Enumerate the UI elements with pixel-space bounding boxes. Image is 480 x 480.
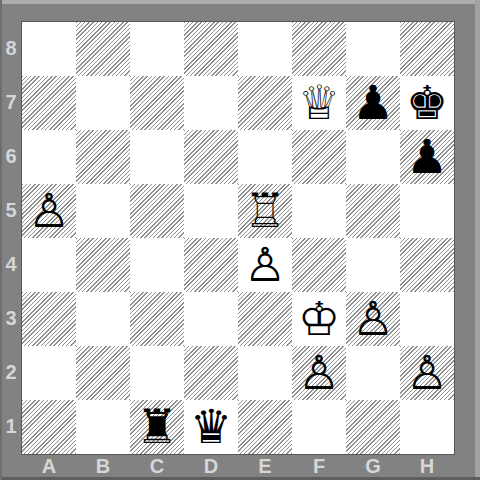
square-a6[interactable] [22,130,76,184]
square-e4[interactable]: ♙ [238,238,292,292]
chess-board: ♕♟♚♟♙♖♙♔♙♙♙♜♛ [21,21,455,455]
square-f5[interactable] [292,184,346,238]
file-label-h: H [400,454,454,478]
square-b7[interactable] [76,76,130,130]
frame-bevel-top [0,0,480,4]
square-e2[interactable] [238,346,292,400]
square-c1[interactable]: ♜ [130,400,184,454]
square-h8[interactable] [400,22,454,76]
white-pawn-piece[interactable]: ♙ [298,349,340,396]
rank-label-6: 6 [1,129,21,183]
square-b8[interactable] [76,22,130,76]
square-f7[interactable]: ♕ [292,76,346,130]
square-a3[interactable] [22,292,76,346]
black-pawn-piece[interactable]: ♟ [406,133,448,180]
square-d7[interactable] [184,76,238,130]
square-g5[interactable] [346,184,400,238]
frame-bevel-right [475,0,480,480]
square-c3[interactable] [130,292,184,346]
rank-label-4: 4 [1,237,21,291]
file-label-d: D [184,454,238,478]
square-g3[interactable]: ♙ [346,292,400,346]
chess-diagram-frame: ♕♟♚♟♙♖♙♔♙♙♙♜♛ 87654321ABCDEFGH [0,0,480,480]
white-rook-piece[interactable]: ♖ [244,187,286,234]
black-king-piece[interactable]: ♚ [406,79,448,126]
square-h7[interactable]: ♚ [400,76,454,130]
file-label-e: E [238,454,292,478]
rank-label-7: 7 [1,75,21,129]
square-d1[interactable]: ♛ [184,400,238,454]
white-pawn-piece[interactable]: ♙ [28,187,70,234]
square-b2[interactable] [76,346,130,400]
square-a4[interactable] [22,238,76,292]
white-king-piece[interactable]: ♔ [298,295,340,342]
square-d4[interactable] [184,238,238,292]
black-queen-piece[interactable]: ♛ [190,403,232,450]
square-e8[interactable] [238,22,292,76]
square-g6[interactable] [346,130,400,184]
square-f4[interactable] [292,238,346,292]
rank-label-2: 2 [1,345,21,399]
square-b4[interactable] [76,238,130,292]
square-h3[interactable] [400,292,454,346]
square-h4[interactable] [400,238,454,292]
square-g7[interactable]: ♟ [346,76,400,130]
rank-label-3: 3 [1,291,21,345]
square-f3[interactable]: ♔ [292,292,346,346]
file-label-f: F [292,454,346,478]
square-a5[interactable]: ♙ [22,184,76,238]
file-label-b: B [76,454,130,478]
square-h1[interactable] [400,400,454,454]
square-c6[interactable] [130,130,184,184]
square-e5[interactable]: ♖ [238,184,292,238]
square-a8[interactable] [22,22,76,76]
square-d5[interactable] [184,184,238,238]
file-label-c: C [130,454,184,478]
square-g4[interactable] [346,238,400,292]
square-g8[interactable] [346,22,400,76]
square-g1[interactable] [346,400,400,454]
square-e7[interactable] [238,76,292,130]
square-c5[interactable] [130,184,184,238]
square-h2[interactable]: ♙ [400,346,454,400]
rank-label-5: 5 [1,183,21,237]
black-rook-piece[interactable]: ♜ [136,403,178,450]
black-pawn-piece[interactable]: ♟ [352,79,394,126]
square-b6[interactable] [76,130,130,184]
square-c8[interactable] [130,22,184,76]
square-a1[interactable] [22,400,76,454]
square-e3[interactable] [238,292,292,346]
white-pawn-piece[interactable]: ♙ [406,349,448,396]
square-e1[interactable] [238,400,292,454]
square-c4[interactable] [130,238,184,292]
square-d6[interactable] [184,130,238,184]
square-f6[interactable] [292,130,346,184]
white-queen-piece[interactable]: ♕ [298,79,340,126]
square-b1[interactable] [76,400,130,454]
square-a2[interactable] [22,346,76,400]
square-c7[interactable] [130,76,184,130]
square-h5[interactable] [400,184,454,238]
square-e6[interactable] [238,130,292,184]
square-b3[interactable] [76,292,130,346]
square-d2[interactable] [184,346,238,400]
square-d8[interactable] [184,22,238,76]
square-f1[interactable] [292,400,346,454]
square-c2[interactable] [130,346,184,400]
file-label-g: G [346,454,400,478]
white-pawn-piece[interactable]: ♙ [244,241,286,288]
square-d3[interactable] [184,292,238,346]
rank-label-1: 1 [1,399,21,453]
square-a7[interactable] [22,76,76,130]
square-b5[interactable] [76,184,130,238]
white-pawn-piece[interactable]: ♙ [352,295,394,342]
square-h6[interactable]: ♟ [400,130,454,184]
square-f2[interactable]: ♙ [292,346,346,400]
square-g2[interactable] [346,346,400,400]
rank-label-8: 8 [1,21,21,75]
file-label-a: A [22,454,76,478]
square-f8[interactable] [292,22,346,76]
